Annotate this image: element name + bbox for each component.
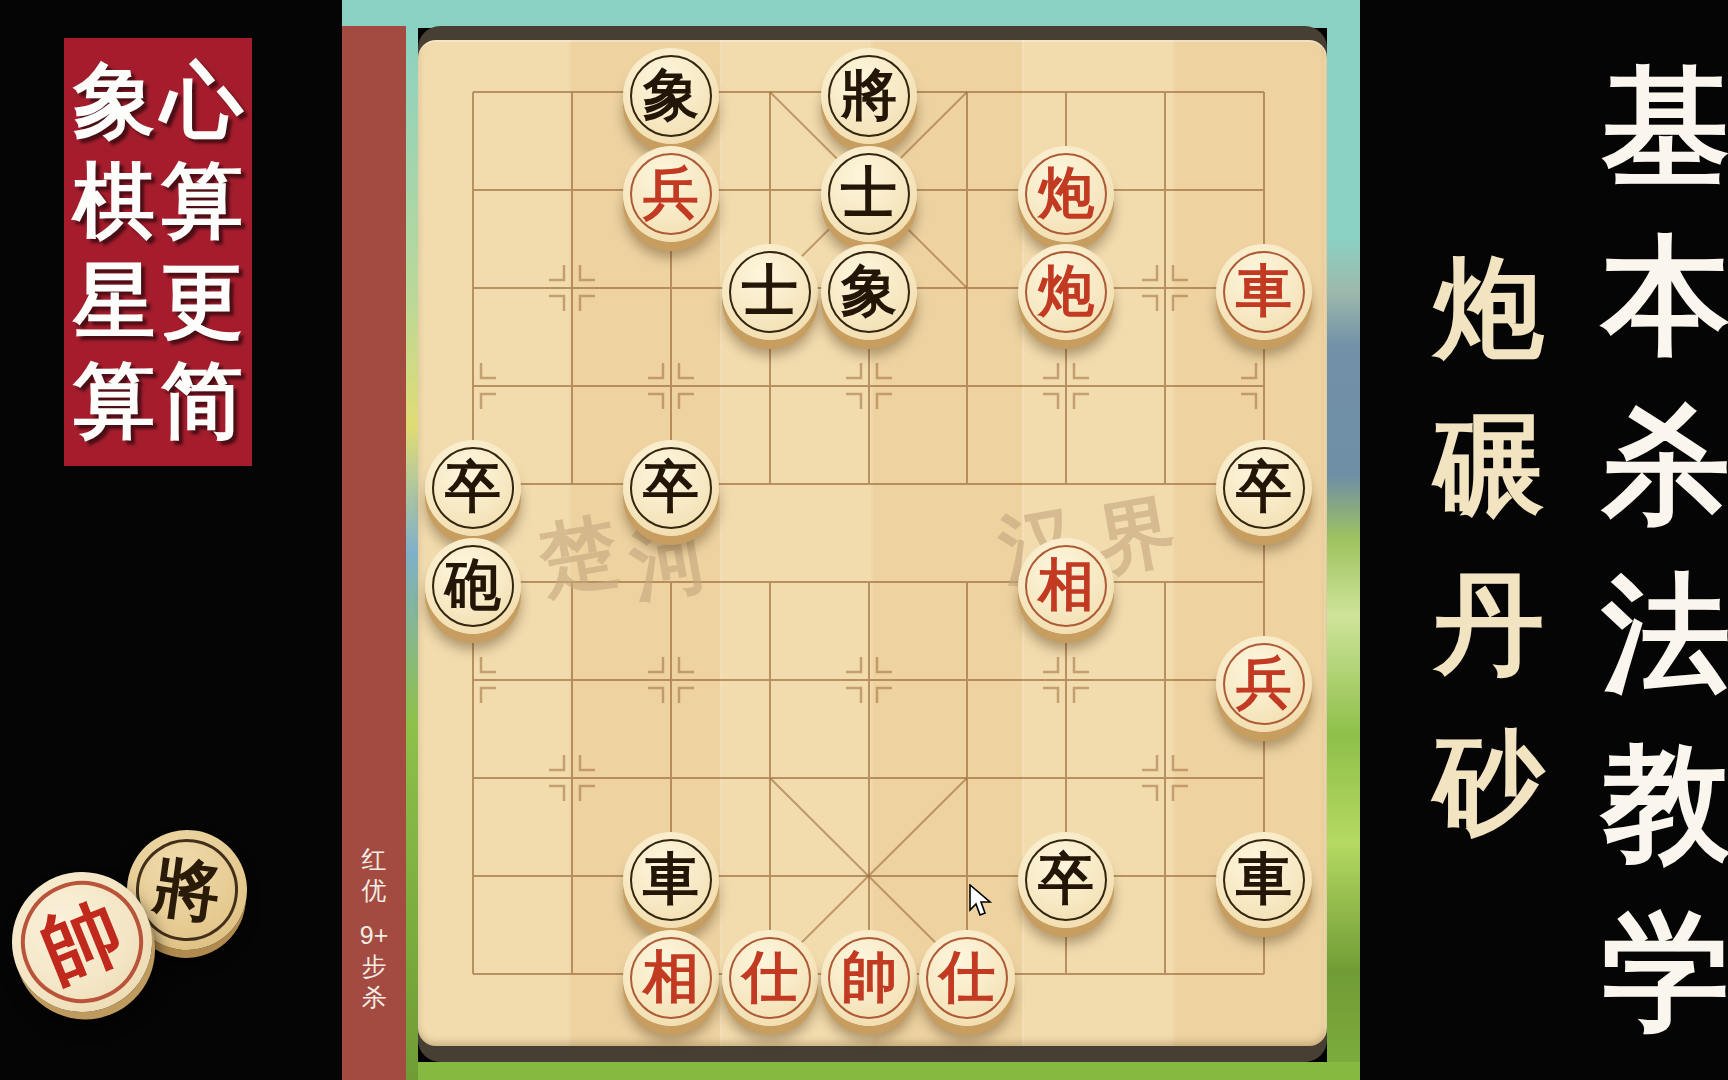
piece-red-炮[interactable]: 炮 xyxy=(1018,244,1114,340)
vertical-char: 更 xyxy=(161,252,243,352)
piece-black-卒[interactable]: 卒 xyxy=(1216,440,1312,536)
sidebar-line: 红 xyxy=(362,844,387,875)
piece-glyph: 卒 xyxy=(1018,832,1114,928)
piece-red-相[interactable]: 相 xyxy=(1018,538,1114,634)
piece-glyph: 車 xyxy=(1216,244,1312,340)
piece-glyph: 士 xyxy=(722,244,818,340)
piece-red-仕[interactable]: 仕 xyxy=(722,930,818,1026)
vertical-char: 本 xyxy=(1602,213,1728,382)
piece-glyph: 炮 xyxy=(1018,244,1114,340)
piece-black-士[interactable]: 士 xyxy=(821,146,917,242)
piece-red-相[interactable]: 相 xyxy=(623,930,719,1026)
vertical-char: 心 xyxy=(161,52,243,152)
piece-glyph: 砲 xyxy=(425,538,521,634)
vertical-char: 碾 xyxy=(1434,388,1544,546)
piece-glyph: 仕 xyxy=(722,930,818,1026)
lesson-title: 基本杀法教学 xyxy=(1596,44,1728,1058)
vertical-char: 炮 xyxy=(1434,230,1544,388)
vertical-char: 象 xyxy=(73,52,155,152)
piece-black-砲[interactable]: 砲 xyxy=(425,538,521,634)
piece-glyph: 士 xyxy=(821,146,917,242)
vertical-char: 法 xyxy=(1602,551,1728,720)
piece-glyph: 車 xyxy=(1216,832,1312,928)
piece-glyph: 相 xyxy=(1018,538,1114,634)
screenshot-root: 象棋星算 心算更简 將 帥 红优9+步杀 楚 河 汉 界 象將兵士炮士象炮車卒卒… xyxy=(0,0,1728,1080)
scenery-right-strip xyxy=(1327,0,1360,1080)
piece-red-仕[interactable]: 仕 xyxy=(919,930,1015,1026)
vertical-char: 算 xyxy=(161,152,243,252)
vertical-char: 简 xyxy=(161,352,243,452)
piece-glyph: 帥 xyxy=(821,930,917,1026)
piece-glyph: 卒 xyxy=(1216,440,1312,536)
vertical-char: 基 xyxy=(1602,44,1728,213)
piece-black-象[interactable]: 象 xyxy=(623,48,719,144)
vertical-char: 砂 xyxy=(1434,704,1544,862)
grass-strip xyxy=(342,1062,1360,1080)
vertical-char: 学 xyxy=(1602,889,1728,1058)
piece-red-兵[interactable]: 兵 xyxy=(623,146,719,242)
mouse-cursor xyxy=(968,884,994,918)
piece-black-象[interactable]: 象 xyxy=(821,244,917,340)
piece-glyph: 象 xyxy=(821,244,917,340)
sidebar-line: 优 xyxy=(362,875,387,906)
piece-glyph: 將 xyxy=(821,48,917,144)
piece-black-士[interactable]: 士 xyxy=(722,244,818,340)
status-text: 红优9+步杀 xyxy=(342,844,406,1013)
vertical-char: 杀 xyxy=(1602,382,1728,551)
piece-glyph: 炮 xyxy=(1018,146,1114,242)
piece-glyph: 仕 xyxy=(919,930,1015,1026)
piece-black-將[interactable]: 將 xyxy=(821,48,917,144)
promo-banner: 象棋星算 心算更简 xyxy=(64,38,252,466)
sidebar-line: 杀 xyxy=(362,982,387,1013)
vertical-char: 教 xyxy=(1602,720,1728,889)
status-sidebar: 红优9+步杀 xyxy=(342,26,406,1080)
sky-strip xyxy=(342,0,1360,28)
vertical-char: 丹 xyxy=(1434,546,1544,704)
piece-glyph: 卒 xyxy=(623,440,719,536)
piece-black-卒[interactable]: 卒 xyxy=(1018,832,1114,928)
piece-red-兵[interactable]: 兵 xyxy=(1216,636,1312,732)
vertical-char: 星 xyxy=(73,252,155,352)
piece-glyph: 兵 xyxy=(1216,636,1312,732)
vertical-char: 算 xyxy=(73,352,155,452)
piece-red-車[interactable]: 車 xyxy=(1216,244,1312,340)
banner-text-left: 象棋星算 xyxy=(70,52,158,460)
scenery-left-sliver xyxy=(406,26,418,1080)
sidebar-line: 步 xyxy=(362,951,387,982)
left-panel: 象棋星算 心算更简 將 帥 xyxy=(0,0,342,1080)
banner-text-right: 心算更简 xyxy=(158,52,246,460)
piece-glyph: 兵 xyxy=(623,146,719,242)
piece-red-帥[interactable]: 帥 xyxy=(821,930,917,1026)
piece-glyph: 車 xyxy=(623,832,719,928)
sidebar-line: 9+ xyxy=(360,920,389,951)
piece-black-車[interactable]: 車 xyxy=(623,832,719,928)
piece-glyph: 象 xyxy=(623,48,719,144)
piece-black-卒[interactable]: 卒 xyxy=(425,440,521,536)
piece-red-炮[interactable]: 炮 xyxy=(1018,146,1114,242)
piece-black-車[interactable]: 車 xyxy=(1216,832,1312,928)
vertical-char: 棋 xyxy=(73,152,155,252)
piece-black-卒[interactable]: 卒 xyxy=(623,440,719,536)
piece-glyph: 卒 xyxy=(425,440,521,536)
lesson-subtitle: 炮碾丹砂 xyxy=(1430,230,1548,862)
piece-glyph: 相 xyxy=(623,930,719,1026)
